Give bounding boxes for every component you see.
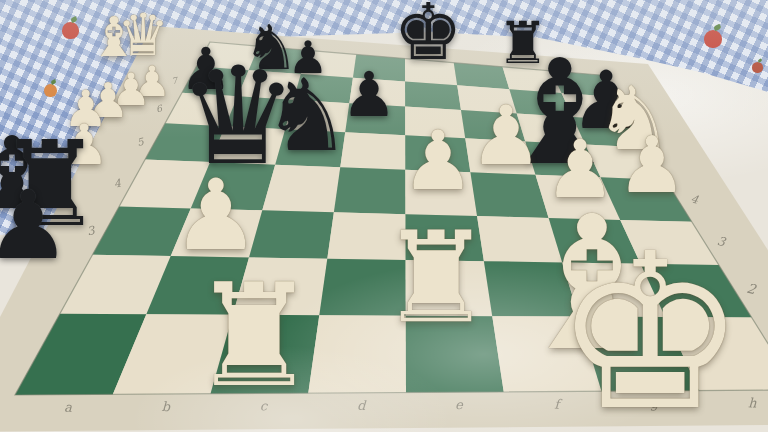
- piece-white-pawn-b3[interactable]: ♟: [172, 166, 260, 264]
- piece-white-rook-c1[interactable]: ♜: [190, 265, 317, 407]
- piece-white-pawn-e4[interactable]: ♟: [401, 120, 475, 202]
- photo-stage: abcdefgh76543432 ♛♚♝♜♞♟♟♟♟♟♟♟♟♞♞♝♛♟♟♟♟♟♝…: [0, 0, 768, 432]
- captured-white-bishop[interactable]: ♝: [89, 10, 138, 65]
- piece-white-pawn-f5[interactable]: ♟: [469, 95, 543, 177]
- captured-black-pawn[interactable]: ♟: [0, 178, 71, 273]
- piece-white-king-g1[interactable]: ♚: [554, 225, 747, 432]
- piece-black-king-e8[interactable]: ♚: [393, 0, 463, 71]
- piece-white-rook-e2[interactable]: ♜: [380, 215, 492, 340]
- pieces-layer: ♛♚♝♜♞♟♟♟♟♟♟♟♟♞♞♝♛♟♟♟♟♟♝♜♟♟♜♝♜♚: [0, 0, 768, 432]
